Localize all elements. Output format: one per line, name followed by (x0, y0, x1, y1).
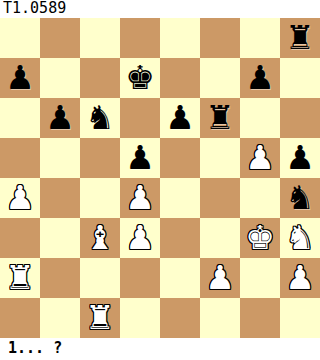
white-pawn: ♟ (5, 178, 35, 218)
square-g1[interactable] (240, 298, 280, 338)
square-b5[interactable] (40, 138, 80, 178)
black-pawn: ♟ (5, 58, 35, 98)
move-prompt: 1... ? (8, 339, 62, 357)
square-h5[interactable]: ♟ (280, 138, 320, 178)
square-e1[interactable] (160, 298, 200, 338)
title-bar: T1.0589 (0, 0, 320, 18)
square-h6[interactable] (280, 98, 320, 138)
square-a7[interactable]: ♟ (0, 58, 40, 98)
square-c8[interactable] (80, 18, 120, 58)
square-e8[interactable] (160, 18, 200, 58)
square-f2[interactable]: ♟ (200, 258, 240, 298)
square-d5[interactable]: ♟ (120, 138, 160, 178)
black-knight: ♞ (285, 178, 315, 218)
square-d1[interactable] (120, 298, 160, 338)
white-pawn: ♟ (125, 178, 155, 218)
square-b8[interactable] (40, 18, 80, 58)
white-knight: ♞ (285, 218, 315, 258)
square-b6[interactable]: ♟ (40, 98, 80, 138)
square-c5[interactable] (80, 138, 120, 178)
white-king: ♚ (245, 218, 275, 258)
square-a4[interactable]: ♟ (0, 178, 40, 218)
square-h8[interactable]: ♜ (280, 18, 320, 58)
square-d8[interactable] (120, 18, 160, 58)
square-c6[interactable]: ♞ (80, 98, 120, 138)
square-e5[interactable] (160, 138, 200, 178)
white-rook: ♜ (5, 258, 35, 298)
square-b1[interactable] (40, 298, 80, 338)
black-rook: ♜ (205, 98, 235, 138)
black-pawn: ♟ (125, 138, 155, 178)
square-g4[interactable] (240, 178, 280, 218)
square-c1[interactable]: ♜ (80, 298, 120, 338)
black-pawn: ♟ (165, 98, 195, 138)
square-g5[interactable]: ♟ (240, 138, 280, 178)
square-a5[interactable] (0, 138, 40, 178)
square-h7[interactable] (280, 58, 320, 98)
square-c7[interactable] (80, 58, 120, 98)
square-a8[interactable] (0, 18, 40, 58)
square-c2[interactable] (80, 258, 120, 298)
square-b2[interactable] (40, 258, 80, 298)
square-c4[interactable] (80, 178, 120, 218)
chess-board: ♜♟♚♟♟♞♟♜♟♟♟♟♟♞♝♟♚♞♜♟♟♜ (0, 18, 320, 338)
square-d6[interactable] (120, 98, 160, 138)
white-pawn: ♟ (205, 258, 235, 298)
square-f4[interactable] (200, 178, 240, 218)
square-c3[interactable]: ♝ (80, 218, 120, 258)
square-d3[interactable]: ♟ (120, 218, 160, 258)
square-e2[interactable] (160, 258, 200, 298)
white-pawn: ♟ (125, 218, 155, 258)
square-d7[interactable]: ♚ (120, 58, 160, 98)
square-e3[interactable] (160, 218, 200, 258)
square-a6[interactable] (0, 98, 40, 138)
square-b7[interactable] (40, 58, 80, 98)
square-h1[interactable] (280, 298, 320, 338)
square-e4[interactable] (160, 178, 200, 218)
square-g3[interactable]: ♚ (240, 218, 280, 258)
square-h2[interactable]: ♟ (280, 258, 320, 298)
square-f6[interactable]: ♜ (200, 98, 240, 138)
square-e6[interactable]: ♟ (160, 98, 200, 138)
white-bishop: ♝ (85, 218, 115, 258)
prompt-bar: 1... ? (0, 338, 320, 360)
square-f5[interactable] (200, 138, 240, 178)
square-h3[interactable]: ♞ (280, 218, 320, 258)
black-rook: ♜ (285, 18, 315, 58)
square-b4[interactable] (40, 178, 80, 218)
square-e7[interactable] (160, 58, 200, 98)
square-g2[interactable] (240, 258, 280, 298)
square-d4[interactable]: ♟ (120, 178, 160, 218)
square-g6[interactable] (240, 98, 280, 138)
square-g7[interactable]: ♟ (240, 58, 280, 98)
white-rook: ♜ (85, 298, 115, 338)
white-pawn: ♟ (285, 258, 315, 298)
square-f1[interactable] (200, 298, 240, 338)
black-knight: ♞ (85, 98, 115, 138)
black-pawn: ♟ (245, 58, 275, 98)
black-pawn: ♟ (45, 98, 75, 138)
square-a2[interactable]: ♜ (0, 258, 40, 298)
square-f3[interactable] (200, 218, 240, 258)
square-f8[interactable] (200, 18, 240, 58)
puzzle-id: T1.0589 (3, 0, 66, 18)
square-b3[interactable] (40, 218, 80, 258)
square-h4[interactable]: ♞ (280, 178, 320, 218)
white-pawn: ♟ (245, 138, 275, 178)
square-a1[interactable] (0, 298, 40, 338)
square-g8[interactable] (240, 18, 280, 58)
square-a3[interactable] (0, 218, 40, 258)
square-d2[interactable] (120, 258, 160, 298)
black-king: ♚ (125, 58, 155, 98)
square-f7[interactable] (200, 58, 240, 98)
black-pawn: ♟ (285, 138, 315, 178)
